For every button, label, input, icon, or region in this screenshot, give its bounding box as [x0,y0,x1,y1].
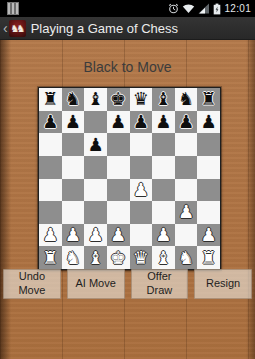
square[interactable] [107,156,130,179]
piece-bk: ♚ [107,88,130,111]
piece-bp: ♟ [197,111,220,134]
square[interactable] [39,133,62,156]
undo-move-button[interactable]: Undo Move [3,269,61,299]
square[interactable] [130,156,153,179]
square[interactable] [130,201,153,224]
piece-bn: ♞ [175,88,198,111]
square[interactable]: ♟ [130,179,153,202]
turn-indicator: Black to Move [0,59,255,75]
piece-br: ♜ [39,88,62,111]
square[interactable]: ♟ [62,111,85,134]
square[interactable]: ♟ [175,111,198,134]
square[interactable] [84,111,107,134]
piece-bq: ♛ [130,88,153,111]
piece-bn: ♞ [62,88,85,111]
square[interactable] [39,201,62,224]
square[interactable] [175,133,198,156]
piece-bb: ♝ [152,88,175,111]
square[interactable]: ♞ [62,246,85,269]
piece-wq: ♛ [130,246,153,269]
piece-wp: ♟ [130,179,153,202]
piece-bp: ♟ [62,111,85,134]
square[interactable]: ♟ [107,111,130,134]
square[interactable]: ♜ [197,88,220,111]
square[interactable] [175,179,198,202]
square[interactable] [62,156,85,179]
square[interactable] [107,133,130,156]
offer-draw-button[interactable]: Offer Draw [131,269,189,299]
piece-wp: ♟ [152,224,175,247]
square[interactable] [197,133,220,156]
square[interactable]: ♛ [130,246,153,269]
square[interactable]: ♟ [107,224,130,247]
square[interactable] [197,179,220,202]
square[interactable] [175,156,198,179]
square[interactable] [152,179,175,202]
square[interactable]: ♚ [107,88,130,111]
piece-bp: ♟ [84,133,107,156]
square[interactable] [197,156,220,179]
chess-knights-icon[interactable]: ♞♞ [9,20,26,37]
square[interactable]: ♝ [152,246,175,269]
square[interactable] [62,201,85,224]
square[interactable] [130,133,153,156]
battery-icon [213,3,221,15]
square[interactable]: ♟ [152,111,175,134]
piece-bp: ♟ [175,111,198,134]
square[interactable] [152,133,175,156]
piece-wr: ♜ [197,246,220,269]
square[interactable] [62,179,85,202]
square[interactable] [152,201,175,224]
square[interactable] [152,156,175,179]
piece-wb: ♝ [152,246,175,269]
chess-board[interactable]: ♜♞♝♚♛♝♞♜♟♟♟♟♟♟♟♟♟♟♟♟♟♟♟♟♜♞♝♚♛♝♞♜ [38,87,221,270]
wifi-icon [182,3,195,14]
square[interactable]: ♞ [175,88,198,111]
square[interactable]: ♚ [107,246,130,269]
action-button-row: Undo Move AI Move Offer Draw Resign [0,269,255,299]
square[interactable]: ♝ [84,246,107,269]
piece-bp: ♟ [107,111,130,134]
piece-wp: ♟ [62,224,85,247]
piece-bb: ♝ [84,88,107,111]
square[interactable] [197,201,220,224]
app-title: Playing a Game of Chess [31,21,178,36]
clock-time: 12:01 [224,3,251,14]
square[interactable]: ♟ [197,111,220,134]
square[interactable]: ♞ [62,88,85,111]
piece-wk: ♚ [107,246,130,269]
back-chevron-icon[interactable]: ‹ [3,18,8,38]
square[interactable]: ♟ [197,224,220,247]
square[interactable]: ♜ [197,246,220,269]
square[interactable] [84,179,107,202]
square[interactable]: ♟ [84,224,107,247]
piece-wp: ♟ [175,201,198,224]
piece-br: ♜ [197,88,220,111]
piece-wn: ♞ [175,246,198,269]
square[interactable]: ♟ [84,133,107,156]
square[interactable] [84,201,107,224]
square[interactable] [39,179,62,202]
square[interactable] [39,156,62,179]
piece-wp: ♟ [84,224,107,247]
square[interactable] [84,156,107,179]
square[interactable]: ♝ [84,88,107,111]
piece-wp: ♟ [107,224,130,247]
piece-bp: ♟ [152,111,175,134]
action-bar: ‹ ♞♞ Playing a Game of Chess [0,17,255,40]
square[interactable]: ♝ [152,88,175,111]
square[interactable] [62,133,85,156]
square[interactable]: ♟ [39,224,62,247]
ai-move-button[interactable]: AI Move [67,269,125,299]
square[interactable]: ♟ [130,111,153,134]
square[interactable] [175,224,198,247]
app-notification-icon [7,2,19,15]
piece-wr: ♜ [39,246,62,269]
square[interactable] [107,179,130,202]
resign-button[interactable]: Resign [194,269,252,299]
game-area: Black to Move ♜♞♝♚♛♝♞♜♟♟♟♟♟♟♟♟♟♟♟♟♟♟♟♟♜♞… [0,40,255,359]
alarm-icon [168,3,179,14]
status-bar: 12:01 [0,0,255,17]
piece-wn: ♞ [62,246,85,269]
piece-bp: ♟ [39,111,62,134]
signal-icon [198,3,210,14]
square[interactable]: ♜ [39,246,62,269]
square[interactable]: ♟ [62,224,85,247]
square[interactable]: ♟ [152,224,175,247]
square[interactable]: ♟ [175,201,198,224]
piece-wb: ♝ [84,246,107,269]
square[interactable]: ♟ [39,111,62,134]
piece-wp: ♟ [39,224,62,247]
square[interactable]: ♜ [39,88,62,111]
square[interactable] [130,224,153,247]
piece-bp: ♟ [130,111,153,134]
square[interactable]: ♛ [130,88,153,111]
square[interactable] [107,201,130,224]
piece-wp: ♟ [197,224,220,247]
square[interactable]: ♞ [175,246,198,269]
